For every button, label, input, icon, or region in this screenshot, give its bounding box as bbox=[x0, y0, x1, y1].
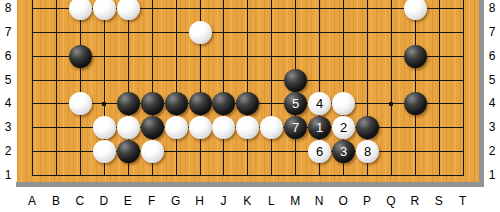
stone-white-R8[interactable] bbox=[404, 0, 427, 20]
column-label-M: M bbox=[285, 193, 305, 209]
stone-white-O4[interactable] bbox=[332, 92, 355, 115]
stone-white-H3[interactable] bbox=[189, 116, 212, 139]
stone-white-O3[interactable]: 2 bbox=[332, 116, 355, 139]
star-point-D4 bbox=[102, 102, 106, 106]
stone-black-E4[interactable] bbox=[117, 92, 140, 115]
stone-black-R4[interactable] bbox=[404, 92, 427, 115]
stone-white-F2[interactable] bbox=[141, 140, 164, 163]
column-label-J: J bbox=[213, 193, 233, 209]
stone-white-D3[interactable] bbox=[93, 116, 116, 139]
stone-black-K4[interactable] bbox=[236, 92, 259, 115]
column-label-B: B bbox=[46, 193, 66, 209]
column-label-A: A bbox=[22, 193, 42, 209]
stone-black-G4[interactable] bbox=[165, 92, 188, 115]
stone-white-J3[interactable] bbox=[212, 116, 235, 139]
board-edge-shadow-bottom bbox=[16, 182, 484, 187]
stone-white-D8[interactable] bbox=[93, 0, 116, 20]
move-number-label: 3 bbox=[332, 140, 355, 163]
row-label-left-3: 3 bbox=[0, 119, 16, 135]
column-label-E: E bbox=[118, 193, 138, 209]
stone-white-N2[interactable]: 6 bbox=[308, 140, 331, 163]
column-label-R: R bbox=[405, 193, 425, 209]
row-label-left-6: 6 bbox=[0, 48, 16, 64]
stone-white-C8[interactable] bbox=[69, 0, 92, 20]
star-point-Q4 bbox=[389, 102, 393, 106]
go-diagram-page: 54712638 87654321 87654321 ABCDEFGHJKLMN… bbox=[0, 0, 500, 212]
row-label-right-3: 3 bbox=[484, 119, 500, 135]
stone-black-R6[interactable] bbox=[404, 45, 427, 68]
column-label-L: L bbox=[261, 193, 281, 209]
row-label-right-2: 2 bbox=[484, 143, 500, 159]
stone-black-O2[interactable]: 3 bbox=[332, 140, 355, 163]
stone-white-N4[interactable]: 4 bbox=[308, 92, 331, 115]
move-number-label: 4 bbox=[308, 92, 331, 115]
stone-white-D2[interactable] bbox=[93, 140, 116, 163]
stone-black-J4[interactable] bbox=[212, 92, 235, 115]
column-label-P: P bbox=[357, 193, 377, 209]
row-label-left-7: 7 bbox=[0, 24, 16, 40]
stone-white-E8[interactable] bbox=[117, 0, 140, 20]
stone-black-F3[interactable] bbox=[141, 116, 164, 139]
stone-black-F4[interactable] bbox=[141, 92, 164, 115]
column-label-Q: Q bbox=[381, 193, 401, 209]
row-label-left-2: 2 bbox=[0, 143, 16, 159]
stone-black-M3[interactable]: 7 bbox=[284, 116, 307, 139]
go-board[interactable]: 54712638 bbox=[17, 0, 479, 182]
stone-black-C6[interactable] bbox=[69, 45, 92, 68]
column-label-T: T bbox=[453, 193, 473, 209]
stone-white-L3[interactable] bbox=[260, 116, 283, 139]
row-label-right-4: 4 bbox=[484, 95, 500, 111]
column-label-S: S bbox=[429, 193, 449, 209]
row-label-left-8: 8 bbox=[0, 0, 16, 16]
row-label-left-5: 5 bbox=[0, 72, 16, 88]
move-number-label: 8 bbox=[356, 140, 379, 163]
stone-black-P3[interactable] bbox=[356, 116, 379, 139]
stone-white-P2[interactable]: 8 bbox=[356, 140, 379, 163]
column-label-N: N bbox=[309, 193, 329, 209]
column-label-D: D bbox=[94, 193, 114, 209]
stone-white-K3[interactable] bbox=[236, 116, 259, 139]
column-label-F: F bbox=[142, 193, 162, 209]
row-label-left-1: 1 bbox=[0, 167, 16, 183]
move-number-label: 1 bbox=[308, 116, 331, 139]
move-number-label: 5 bbox=[284, 92, 307, 115]
stone-black-M5[interactable] bbox=[284, 69, 307, 92]
row-label-right-7: 7 bbox=[484, 24, 500, 40]
stone-black-H4[interactable] bbox=[189, 92, 212, 115]
row-label-right-5: 5 bbox=[484, 72, 500, 88]
column-label-G: G bbox=[166, 193, 186, 209]
move-number-label: 2 bbox=[332, 116, 355, 139]
stone-black-E2[interactable] bbox=[117, 140, 140, 163]
column-label-C: C bbox=[70, 193, 90, 209]
stone-white-H7[interactable] bbox=[189, 21, 212, 44]
row-label-right-8: 8 bbox=[484, 0, 500, 16]
stone-white-G3[interactable] bbox=[165, 116, 188, 139]
stone-black-M4[interactable]: 5 bbox=[284, 92, 307, 115]
stone-black-N3[interactable]: 1 bbox=[308, 116, 331, 139]
column-label-K: K bbox=[237, 193, 257, 209]
column-label-H: H bbox=[190, 193, 210, 209]
stone-white-C4[interactable] bbox=[69, 92, 92, 115]
row-label-right-1: 1 bbox=[484, 167, 500, 183]
move-number-label: 6 bbox=[308, 140, 331, 163]
move-number-label: 7 bbox=[284, 116, 307, 139]
row-label-left-4: 4 bbox=[0, 95, 16, 111]
row-label-right-6: 6 bbox=[484, 48, 500, 64]
column-label-O: O bbox=[333, 193, 353, 209]
stone-white-E3[interactable] bbox=[117, 116, 140, 139]
